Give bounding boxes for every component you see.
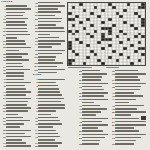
clue-text	[6, 142, 26, 144]
clue-text	[6, 8, 31, 10]
clue-number: 74	[110, 98, 115, 100]
clue-text	[6, 94, 26, 96]
clue-number: 95	[110, 143, 115, 145]
clue-text	[115, 134, 146, 136]
clue-text	[38, 133, 58, 135]
clue-text	[38, 117, 58, 119]
clue-number: 49	[1, 94, 6, 96]
clue-text	[6, 59, 29, 61]
clue-number: 29	[77, 79, 82, 81]
clue-text	[38, 114, 50, 116]
clue-number: 100	[33, 56, 38, 58]
clue-column-4: 606264666870727476788082848789919395	[110, 69, 146, 146]
clue-text	[115, 111, 145, 113]
clue-text	[115, 137, 141, 139]
clue-text	[38, 46, 52, 48]
clue-number: 23	[1, 40, 6, 42]
clue-number: 5	[1, 8, 6, 10]
clue-number: 92	[33, 40, 38, 42]
clue-text	[115, 121, 146, 123]
clue-number: 79	[33, 11, 38, 13]
clue-text	[6, 66, 23, 68]
clue-text	[6, 91, 31, 93]
clue-text	[115, 86, 141, 88]
clue-text	[115, 79, 139, 81]
clue-number: 14	[33, 129, 38, 131]
clue-line: 22	[33, 145, 65, 148]
clue-text	[6, 40, 24, 42]
clue-number: 17	[33, 142, 38, 144]
clue-text	[6, 107, 31, 109]
clue-number: 57	[1, 110, 6, 112]
clue-text	[6, 85, 25, 87]
clue-text	[82, 143, 98, 145]
clue-number: 13	[1, 18, 6, 20]
clue-number: 69	[1, 136, 6, 138]
clue-text	[6, 18, 28, 20]
clue-number: 47	[1, 91, 6, 93]
clue-text	[6, 123, 24, 125]
clue-text	[115, 118, 138, 120]
crossword-page: ACROSS1591318192021232426283032343638414…	[0, 0, 150, 150]
clue-line: 58	[77, 142, 108, 145]
clue-number: 10	[33, 117, 38, 119]
clue-number: 12	[33, 123, 38, 125]
clue-text	[38, 126, 53, 128]
clue-number: 68	[110, 86, 115, 88]
clue-number: 37	[77, 95, 82, 97]
clue-text	[38, 107, 65, 109]
clue-text	[6, 101, 28, 103]
clue-number: 45	[1, 85, 6, 87]
clue-text	[38, 94, 62, 96]
clue-text	[82, 137, 104, 139]
clue-number: 77	[33, 5, 38, 7]
clue-text	[6, 75, 23, 77]
clue-number: 9	[1, 15, 6, 17]
clue-text	[6, 98, 31, 100]
clue-number: 82	[110, 117, 115, 119]
clue-text	[38, 101, 61, 103]
clue-text	[115, 83, 146, 85]
clue-number: 42	[77, 108, 82, 110]
clue-text	[6, 145, 31, 147]
clue-number: 66	[110, 82, 115, 84]
clue-text	[38, 142, 61, 144]
clue-column-1: ACROSS1591318192021232426283032343638414…	[1, 1, 31, 148]
clue-number: 104	[33, 65, 38, 67]
clue-number: 15	[33, 132, 38, 134]
clue-text	[82, 83, 108, 85]
clue-number: 5	[33, 94, 38, 96]
clue-number: 40	[77, 105, 82, 107]
crossword-grid	[67, 2, 146, 66]
clue-text	[82, 76, 102, 78]
clue-number: 90	[33, 37, 38, 39]
clue-text	[38, 91, 60, 93]
clue-number: 30	[1, 56, 6, 58]
clue-text	[6, 104, 27, 106]
clue-number: 27	[77, 73, 82, 75]
clue-number: 18	[1, 21, 6, 23]
clue-text	[82, 108, 106, 110]
clue-text	[38, 136, 59, 138]
clue-text	[115, 114, 131, 116]
clue-number: 46	[77, 117, 82, 119]
clue-number: 1	[33, 78, 38, 80]
clue-line: 95	[110, 142, 146, 145]
clue-number: 64	[110, 79, 115, 81]
clue-number: 39	[77, 98, 82, 100]
clue-text	[6, 37, 17, 39]
clue-text	[6, 69, 30, 71]
clue-number: 8	[33, 107, 38, 109]
clue-text	[82, 95, 103, 97]
clue-number: 61	[1, 120, 6, 122]
clue-text	[115, 70, 138, 72]
clue-number: 93	[110, 137, 115, 139]
clue-text	[38, 66, 57, 68]
clue-text	[38, 37, 59, 39]
clue-text	[38, 2, 59, 4]
clue-text	[6, 5, 27, 7]
clue-text	[6, 47, 31, 49]
clue-text	[6, 136, 31, 138]
clue-text	[115, 124, 146, 126]
clue-number: 52	[77, 130, 82, 132]
clue-number: 34	[1, 66, 6, 68]
clue-number: 94	[33, 43, 38, 45]
clue-number: 3	[33, 85, 38, 87]
clue-text	[6, 120, 29, 122]
clue-text	[115, 143, 134, 145]
clue-number: 72	[110, 95, 115, 97]
clue-number: 51	[1, 97, 6, 99]
clue-text	[115, 108, 137, 110]
clue-text	[6, 63, 21, 65]
clue-text	[6, 21, 25, 23]
clue-number: 22	[33, 145, 38, 147]
clue-text	[82, 140, 100, 142]
clue-number: 16	[33, 136, 38, 138]
clue-text	[6, 72, 24, 74]
clue-number: 67	[1, 132, 6, 134]
clue-text	[38, 88, 59, 90]
clue-text	[38, 145, 58, 147]
clue-number: 43	[1, 81, 6, 83]
clue-text	[6, 79, 23, 81]
caption-text-right	[106, 67, 119, 68]
clue-text	[6, 50, 19, 52]
clue-text	[38, 56, 56, 58]
clue-number: 91	[110, 133, 115, 135]
clue-text	[115, 105, 144, 107]
clue-number: 35	[77, 92, 82, 94]
clue-number: 11	[33, 120, 38, 122]
clue-number: 20	[1, 30, 6, 32]
clue-text	[38, 82, 56, 84]
clue-line: 73	[1, 145, 31, 148]
clue-number: 2	[33, 81, 38, 83]
clue-number: 60	[110, 70, 115, 72]
clue-number: 76	[110, 105, 115, 107]
clue-number: 106	[33, 69, 38, 71]
clue-text	[82, 102, 93, 104]
clue-text	[38, 24, 56, 26]
clue-text	[115, 95, 142, 97]
clue-number: 56	[77, 137, 82, 139]
clue-text	[38, 85, 58, 87]
clue-text	[38, 139, 55, 141]
clue-number: 41	[1, 78, 6, 80]
clue-text	[38, 98, 64, 100]
clue-number: 25	[77, 70, 82, 72]
clue-number: 81	[33, 14, 38, 16]
grid-cell-r21c21	[141, 62, 145, 65]
clue-text	[6, 53, 27, 55]
clue-text	[115, 127, 133, 129]
clue-column-3: 252729313335373940424446485052545658	[77, 69, 108, 146]
clue-text	[38, 62, 63, 64]
clue-text	[38, 40, 65, 42]
clue-number: 9	[33, 110, 38, 112]
clue-text	[38, 31, 65, 33]
clue-text	[6, 126, 20, 128]
clue-column-2: 75777981838587889092949698100102104106DO…	[33, 1, 65, 148]
clue-number: 71	[1, 142, 6, 144]
clue-number: 102	[33, 62, 38, 64]
clue-text	[6, 56, 22, 58]
clue-text	[6, 139, 22, 141]
answer-note-box	[141, 116, 146, 120]
clue-text	[6, 133, 25, 135]
clue-number: 4	[33, 91, 38, 93]
clue-text	[38, 43, 60, 45]
clue-text	[38, 130, 56, 132]
clue-number: 31	[77, 82, 82, 84]
clue-number: 55	[1, 107, 6, 109]
clue-text	[6, 12, 25, 14]
clue-number: 78	[110, 108, 115, 110]
clue-text	[6, 15, 23, 17]
clue-text	[115, 92, 134, 94]
clue-text	[38, 104, 65, 106]
clue-text	[115, 76, 138, 78]
clue-number: 26	[1, 46, 6, 48]
clue-text	[82, 134, 108, 136]
clue-text	[82, 130, 103, 132]
clue-number: 50	[77, 124, 82, 126]
clue-text	[82, 70, 100, 72]
clue-number: 6	[33, 97, 38, 99]
clue-text	[38, 15, 55, 17]
clue-text	[82, 99, 108, 101]
clue-number: 73	[1, 145, 6, 147]
clue-text	[38, 50, 65, 52]
clue-number: 59	[1, 117, 6, 119]
clue-number: 84	[110, 121, 115, 123]
clue-number: 87	[33, 27, 38, 29]
clue-number: 38	[1, 72, 6, 74]
clue-text	[6, 117, 23, 119]
clue-text	[6, 31, 28, 33]
clue-text	[38, 72, 57, 74]
clue-number: 83	[33, 18, 38, 20]
clue-text	[38, 21, 60, 23]
clue-number: 65	[1, 129, 6, 131]
clue-number: 32	[1, 59, 6, 61]
clue-number: 87	[110, 124, 115, 126]
clue-text	[82, 86, 102, 88]
clue-text	[6, 24, 27, 26]
clue-number: 88	[33, 30, 38, 32]
clue-text	[38, 123, 62, 125]
clue-text	[38, 18, 62, 20]
clue-text	[6, 28, 26, 30]
clue-number: 96	[33, 49, 38, 51]
clue-number: 53	[1, 104, 6, 106]
clue-number: 63	[1, 123, 6, 125]
clue-text	[38, 53, 62, 55]
clue-text	[82, 89, 104, 91]
clue-text	[38, 27, 63, 29]
clue-text	[38, 120, 60, 122]
clue-text	[82, 124, 108, 126]
clue-number: 58	[77, 143, 82, 145]
clue-number: 44	[77, 111, 82, 113]
clue-number: 24	[1, 43, 6, 45]
clue-text	[6, 82, 30, 84]
clue-text	[82, 105, 99, 107]
clue-text	[82, 92, 108, 94]
clue-number: 75	[33, 2, 38, 4]
clue-text	[6, 110, 28, 112]
clue-text	[115, 99, 136, 101]
clue-text	[6, 114, 18, 116]
clue-number: 85	[33, 24, 38, 26]
clue-number: 19	[1, 27, 6, 29]
clue-text	[6, 130, 31, 132]
clue-text	[82, 118, 108, 120]
clue-number: 1	[1, 5, 6, 7]
clue-text	[82, 127, 98, 129]
clue-text	[6, 43, 26, 45]
clue-text	[38, 34, 50, 36]
clue-text	[6, 88, 26, 90]
clue-text	[82, 114, 96, 116]
clue-text	[38, 110, 56, 112]
clue-text	[115, 140, 136, 142]
clue-number: 21	[1, 34, 6, 36]
clue-text	[115, 130, 139, 132]
clue-number: 33	[77, 86, 82, 88]
clue-number: 62	[110, 73, 115, 75]
clue-number: 80	[110, 111, 115, 113]
clue-text	[82, 73, 107, 75]
clue-number: 98	[33, 53, 38, 55]
clue-text	[38, 11, 61, 13]
clue-text	[6, 34, 30, 36]
clue-text	[115, 102, 128, 104]
clue-number: 48	[77, 121, 82, 123]
clue-text	[38, 79, 65, 81]
clue-text	[38, 5, 65, 7]
clue-text	[115, 73, 146, 75]
clue-text	[115, 89, 140, 91]
clue-text	[82, 79, 101, 81]
clue-text	[82, 121, 102, 123]
clue-number: 7	[33, 104, 38, 106]
clue-number: 89	[110, 130, 115, 132]
clue-number: 54	[77, 133, 82, 135]
clue-text	[82, 111, 101, 113]
clue-text	[38, 59, 54, 61]
clue-text	[38, 8, 58, 10]
caption-text-left	[68, 67, 92, 68]
clue-number: 28	[1, 53, 6, 55]
clue-number: 70	[110, 92, 115, 94]
clue-text	[38, 69, 64, 71]
clue-number: 36	[1, 69, 6, 71]
